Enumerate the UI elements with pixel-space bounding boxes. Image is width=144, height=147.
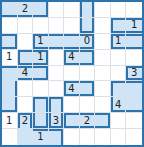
clue-number: 1 [131, 20, 137, 30]
cell-r4-c2[interactable] [18, 50, 34, 66]
cell-r6-c6[interactable] [80, 81, 96, 97]
cell-r2-c4[interactable] [49, 18, 65, 34]
cell-r1-c1[interactable] [2, 2, 18, 18]
cell-r2-c2[interactable] [18, 18, 34, 34]
cell-r3-c6[interactable]: 0 [80, 34, 96, 50]
cell-r7-c3[interactable] [33, 97, 49, 113]
cell-r7-c9[interactable] [126, 97, 142, 113]
cell-r5-c2[interactable]: 4 [18, 66, 34, 82]
cell-r3-c4[interactable] [49, 34, 65, 50]
clue-number: 1 [6, 116, 12, 126]
cell-r8-c1[interactable]: 1 [2, 113, 18, 129]
cell-r9-c6[interactable] [80, 129, 96, 145]
cell-r9-c7[interactable] [95, 129, 111, 145]
clue-number: 4 [68, 84, 74, 94]
cell-r1-c6[interactable] [80, 2, 96, 18]
cell-r4-c9[interactable] [126, 50, 142, 66]
cell-r8-c4[interactable]: 3 [49, 113, 65, 129]
cell-r4-c8[interactable] [111, 50, 127, 66]
cell-r1-c9[interactable] [126, 2, 142, 18]
cell-r8-c9[interactable] [126, 113, 142, 129]
cell-r7-c4[interactable] [49, 97, 65, 113]
cell-r3-c3[interactable]: 1 [33, 34, 49, 50]
cell-r6-c5[interactable]: 4 [64, 81, 80, 97]
cell-r5-c7[interactable] [95, 66, 111, 82]
puzzle-screenshot: 21101114434412321 [0, 0, 144, 147]
cell-r1-c8[interactable] [111, 2, 127, 18]
cell-r3-c7[interactable] [95, 34, 111, 50]
clue-number: 2 [22, 116, 28, 126]
cell-r9-c9[interactable] [126, 129, 142, 145]
cell-r1-c7[interactable] [95, 2, 111, 18]
cell-r3-c8[interactable]: 1 [111, 34, 127, 50]
cell-r5-c6[interactable] [80, 66, 96, 82]
cell-r1-c4[interactable] [49, 2, 65, 18]
clue-number: 1 [37, 52, 43, 62]
cell-r5-c9[interactable]: 3 [126, 66, 142, 82]
cell-r9-c4[interactable] [49, 129, 65, 145]
cell-r2-c5[interactable] [64, 18, 80, 34]
cell-r8-c5[interactable] [64, 113, 80, 129]
cell-r6-c2[interactable] [18, 81, 34, 97]
cell-r7-c6[interactable] [80, 97, 96, 113]
cell-r9-c5[interactable] [64, 129, 80, 145]
cell-r4-c4[interactable] [49, 50, 65, 66]
cell-r8-c7[interactable] [95, 113, 111, 129]
clue-number: 3 [131, 68, 137, 78]
cell-r8-c6[interactable]: 2 [80, 113, 96, 129]
cell-r2-c7[interactable] [95, 18, 111, 34]
cell-r6-c3[interactable] [33, 81, 49, 97]
cell-r5-c3[interactable] [33, 66, 49, 82]
puzzle-board: 21101114434412321 [0, 0, 144, 147]
clue-number: 1 [37, 36, 43, 46]
clue-number: 4 [68, 52, 74, 62]
cell-r5-c5[interactable] [64, 66, 80, 82]
clue-number: 0 [84, 36, 90, 46]
cell-r7-c5[interactable] [64, 97, 80, 113]
cell-r7-c8[interactable]: 4 [111, 97, 127, 113]
clue-number: 1 [115, 36, 121, 46]
cell-r4-c3[interactable]: 1 [33, 50, 49, 66]
cell-r2-c3[interactable] [33, 18, 49, 34]
clue-number: 1 [6, 52, 12, 62]
cell-r6-c7[interactable] [95, 81, 111, 97]
cell-r5-c4[interactable] [49, 66, 65, 82]
cell-r3-c5[interactable] [64, 34, 80, 50]
cell-r8-c8[interactable] [111, 113, 127, 129]
cell-r7-c1[interactable] [2, 97, 18, 113]
cell-r6-c4[interactable] [49, 81, 65, 97]
cell-r6-c1[interactable] [2, 81, 18, 97]
cell-r8-c3[interactable] [33, 113, 49, 129]
cell-r9-c2[interactable] [18, 129, 34, 145]
clue-number: 4 [115, 100, 121, 110]
cell-r4-c1[interactable]: 1 [2, 50, 18, 66]
cell-r2-c9[interactable]: 1 [126, 18, 142, 34]
cell-r1-c2[interactable]: 2 [18, 2, 34, 18]
cell-r6-c9[interactable] [126, 81, 142, 97]
clue-number: 4 [22, 68, 28, 78]
clue-number: 1 [37, 132, 43, 142]
cell-r9-c1[interactable] [2, 129, 18, 145]
cell-r7-c7[interactable] [95, 97, 111, 113]
cell-r3-c1[interactable] [2, 34, 18, 50]
cell-r3-c9[interactable] [126, 34, 142, 50]
cell-r2-c8[interactable] [111, 18, 127, 34]
cell-r9-c3[interactable]: 1 [33, 129, 49, 145]
cell-r5-c1[interactable] [2, 66, 18, 82]
cell-r7-c2[interactable] [18, 97, 34, 113]
cell-r8-c2[interactable]: 2 [18, 113, 34, 129]
cell-r4-c5[interactable]: 4 [64, 50, 80, 66]
clue-number: 2 [22, 4, 28, 14]
cell-r4-c6[interactable] [80, 50, 96, 66]
cell-r2-c6[interactable] [80, 18, 96, 34]
cell-r3-c2[interactable] [18, 34, 34, 50]
clue-number: 3 [53, 116, 59, 126]
cell-r2-c1[interactable] [2, 18, 18, 34]
cell-r5-c8[interactable] [111, 66, 127, 82]
cell-r6-c8[interactable] [111, 81, 127, 97]
cell-r1-c3[interactable] [33, 2, 49, 18]
clue-number: 2 [84, 116, 90, 126]
cell-r9-c8[interactable] [111, 129, 127, 145]
cell-r1-c5[interactable] [64, 2, 80, 18]
cell-r4-c7[interactable] [95, 50, 111, 66]
